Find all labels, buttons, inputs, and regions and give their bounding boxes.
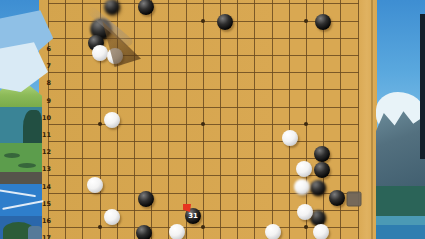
star-point	[201, 225, 205, 229]
white-stone	[282, 130, 298, 146]
star-point	[201, 19, 205, 23]
black-stone	[314, 162, 330, 178]
star-point	[98, 122, 102, 126]
go-board[interactable]: 6789101112131415161731	[39, 0, 377, 239]
star-point	[201, 122, 205, 126]
row-label: 8	[39, 80, 51, 87]
right-edge-panel	[420, 14, 425, 159]
board-grid-line	[168, 0, 169, 239]
board-grid-line	[289, 0, 290, 239]
square-marker	[347, 192, 362, 207]
board-grid-line	[272, 0, 273, 239]
white-stone	[265, 224, 281, 239]
last-move-number: 31	[185, 208, 201, 224]
left-water	[0, 184, 42, 218]
board-grid-line	[48, 89, 359, 90]
white-stone	[297, 204, 313, 220]
black-stone	[315, 14, 331, 30]
board-grid-line	[48, 3, 359, 4]
left-field	[0, 143, 42, 175]
board-grid-line	[323, 0, 324, 239]
black-stone: 31	[185, 208, 201, 224]
white-stone	[87, 177, 103, 193]
board-grid-line	[48, 72, 359, 73]
white-stone	[92, 45, 108, 61]
star-point	[304, 19, 308, 23]
black-stone	[329, 190, 345, 206]
black-stone	[310, 180, 326, 196]
star-point	[98, 225, 102, 229]
board-grid-line	[82, 0, 83, 239]
board-grid-line	[48, 107, 359, 108]
board-grid-line	[203, 0, 204, 239]
left-bottom-rock	[28, 226, 42, 239]
black-stone	[314, 146, 330, 162]
white-stone	[169, 224, 185, 239]
white-stone	[104, 209, 120, 225]
board-right-edge	[371, 0, 373, 239]
star-point	[304, 122, 308, 126]
board-grid-line	[48, 141, 359, 142]
black-stone	[136, 225, 152, 239]
black-stone	[138, 191, 154, 207]
game-screen: 6789101112131415161731	[0, 0, 425, 239]
board-grid-line	[237, 0, 238, 239]
board-grid-line	[65, 0, 66, 239]
star-point	[304, 225, 308, 229]
white-stone	[294, 179, 310, 195]
board-grid-line	[48, 158, 359, 159]
board-grid-line	[134, 0, 135, 239]
white-stone	[296, 161, 312, 177]
board-grid-line	[254, 0, 255, 239]
board-grid-line	[220, 0, 221, 239]
right-water	[376, 225, 425, 239]
board-grid-line	[186, 0, 187, 239]
black-stone	[217, 14, 233, 30]
white-stone	[313, 224, 329, 239]
white-stone	[104, 112, 120, 128]
